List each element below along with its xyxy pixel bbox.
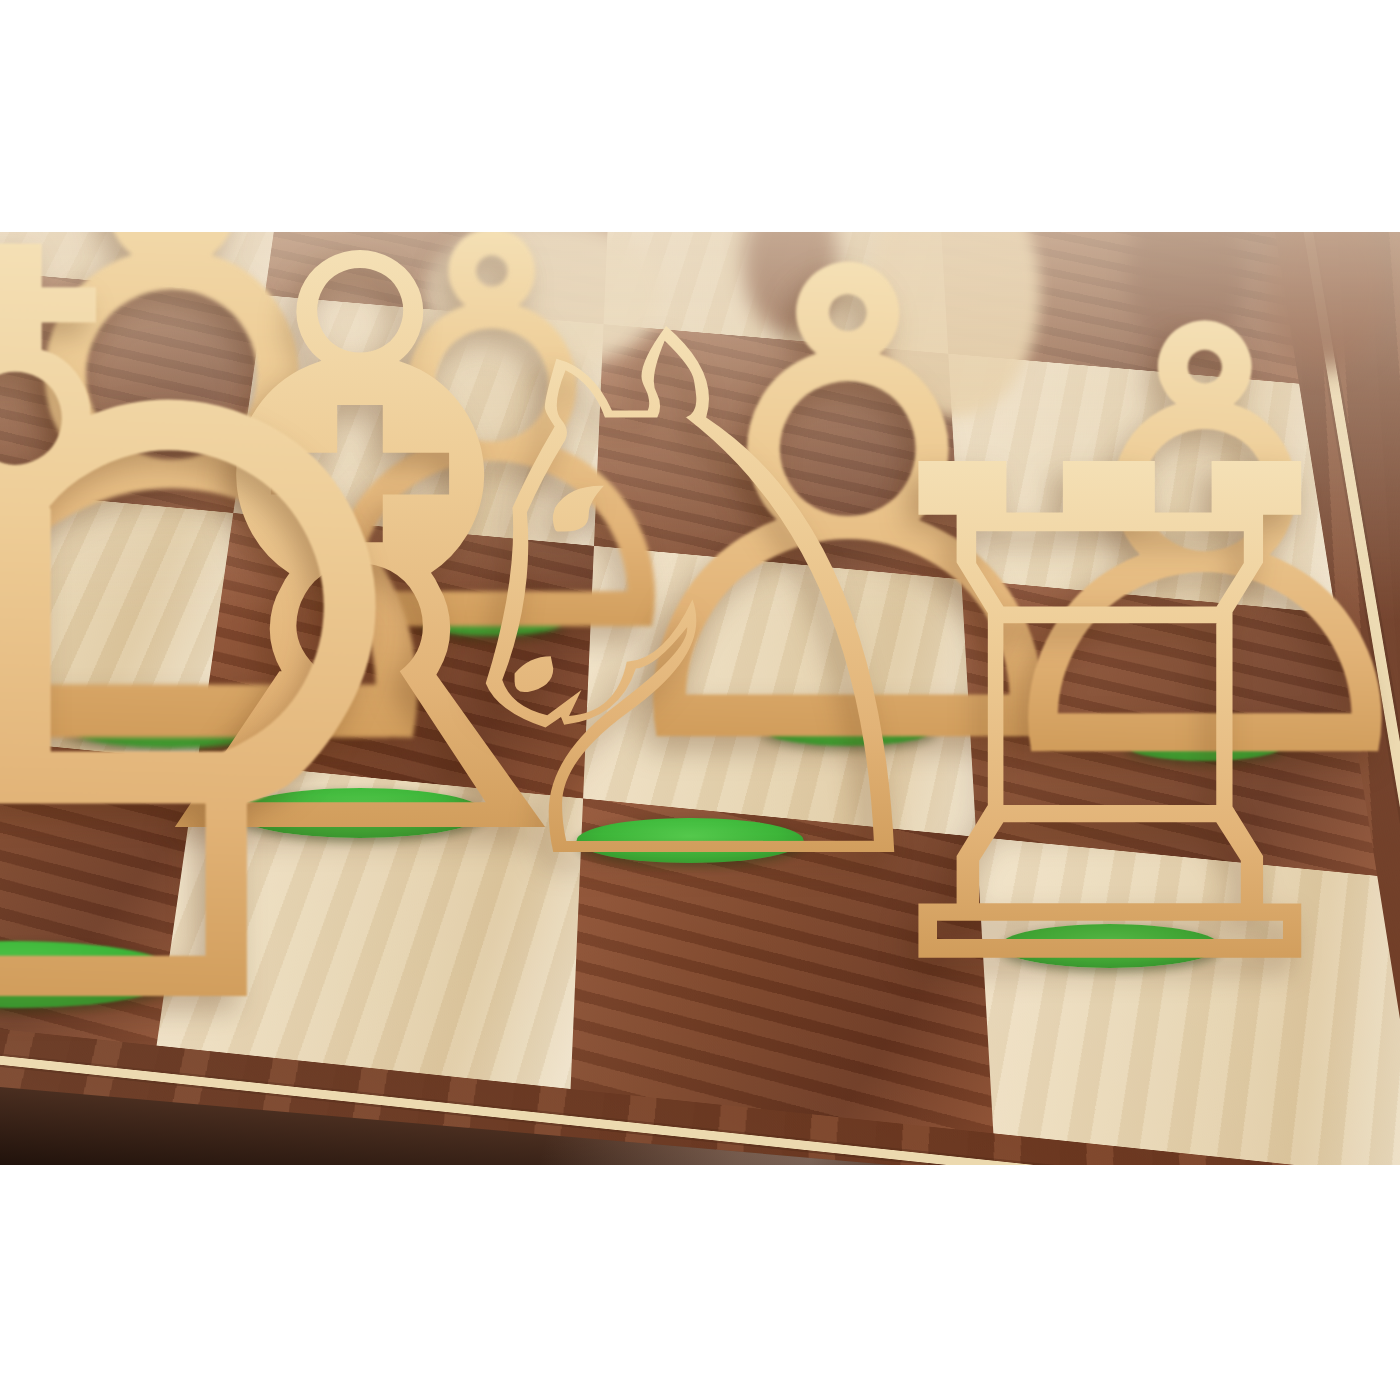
square-g1[interactable] [571,798,994,1133]
product-photo: ♙♙♙♙♗♘♖♔ [0,232,1400,1165]
square-e3[interactable] [0,267,265,513]
board-squares [0,232,1400,1165]
square-g2[interactable] [583,546,976,837]
square-e2[interactable] [0,481,233,761]
square-f1[interactable] [157,761,584,1089]
square-h3[interactable] [948,354,1335,614]
square-h1[interactable] [976,837,1400,1165]
chess-board [0,232,1400,1165]
square-f2[interactable] [198,513,594,798]
square-h2[interactable] [961,579,1377,876]
